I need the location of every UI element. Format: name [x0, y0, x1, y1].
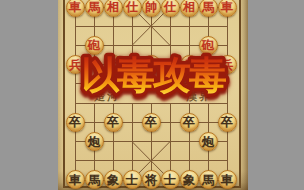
xiangqi-piece-red[interactable]: 砲 — [85, 36, 104, 55]
xiangqi-piece-black[interactable]: 馬 — [199, 170, 218, 189]
xiangqi-board: 楚河 漢界 車馬相仕帥仕相馬車砲砲兵兵兵兵兵卒卒卒卒卒炮炮車馬象士将士象馬車 以… — [58, 0, 248, 190]
xiangqi-piece-black[interactable]: 将 — [142, 170, 161, 189]
xiangqi-piece-black[interactable]: 卒 — [142, 113, 161, 132]
xiangqi-piece-black[interactable]: 卒 — [104, 113, 123, 132]
xiangqi-piece-black[interactable]: 炮 — [199, 132, 218, 151]
xiangqi-piece-black[interactable]: 炮 — [85, 132, 104, 151]
xiangqi-piece-red[interactable]: 仕 — [161, 0, 180, 17]
xiangqi-piece-red[interactable]: 兵 — [142, 55, 161, 74]
xiangqi-piece-black[interactable]: 象 — [104, 170, 123, 189]
xiangqi-piece-red[interactable]: 兵 — [218, 55, 237, 74]
xiangqi-piece-black[interactable]: 車 — [218, 170, 237, 189]
piece-layer: 車馬相仕帥仕相馬車砲砲兵兵兵兵兵卒卒卒卒卒炮炮車馬象士将士象馬車 — [66, 0, 237, 190]
xiangqi-piece-red[interactable]: 馬 — [199, 0, 218, 17]
xiangqi-piece-black[interactable]: 馬 — [85, 170, 104, 189]
xiangqi-piece-black[interactable]: 卒 — [180, 113, 199, 132]
xiangqi-piece-red[interactable]: 仕 — [123, 0, 142, 17]
xiangqi-piece-black[interactable]: 士 — [123, 170, 142, 189]
xiangqi-piece-red[interactable]: 馬 — [85, 0, 104, 17]
xiangqi-piece-black[interactable]: 卒 — [66, 113, 85, 132]
xiangqi-piece-red[interactable]: 兵 — [66, 55, 85, 74]
xiangqi-piece-red[interactable]: 相 — [180, 0, 199, 17]
xiangqi-piece-black[interactable]: 車 — [66, 170, 85, 189]
xiangqi-piece-red[interactable]: 相 — [104, 0, 123, 17]
xiangqi-piece-red[interactable]: 車 — [218, 0, 237, 17]
xiangqi-piece-red[interactable]: 兵 — [180, 55, 199, 74]
pillarbox-left — [0, 0, 58, 190]
video-frame: 楚河 漢界 車馬相仕帥仕相馬車砲砲兵兵兵兵兵卒卒卒卒卒炮炮車馬象士将士象馬車 以… — [0, 0, 304, 190]
xiangqi-piece-red[interactable]: 兵 — [104, 55, 123, 74]
xiangqi-piece-red[interactable]: 車 — [66, 0, 85, 17]
xiangqi-piece-red[interactable]: 帥 — [142, 0, 161, 17]
xiangqi-piece-black[interactable]: 士 — [161, 170, 180, 189]
xiangqi-piece-black[interactable]: 象 — [180, 170, 199, 189]
xiangqi-piece-black[interactable]: 卒 — [218, 113, 237, 132]
xiangqi-piece-red[interactable]: 砲 — [199, 36, 218, 55]
pillarbox-right — [248, 0, 304, 190]
